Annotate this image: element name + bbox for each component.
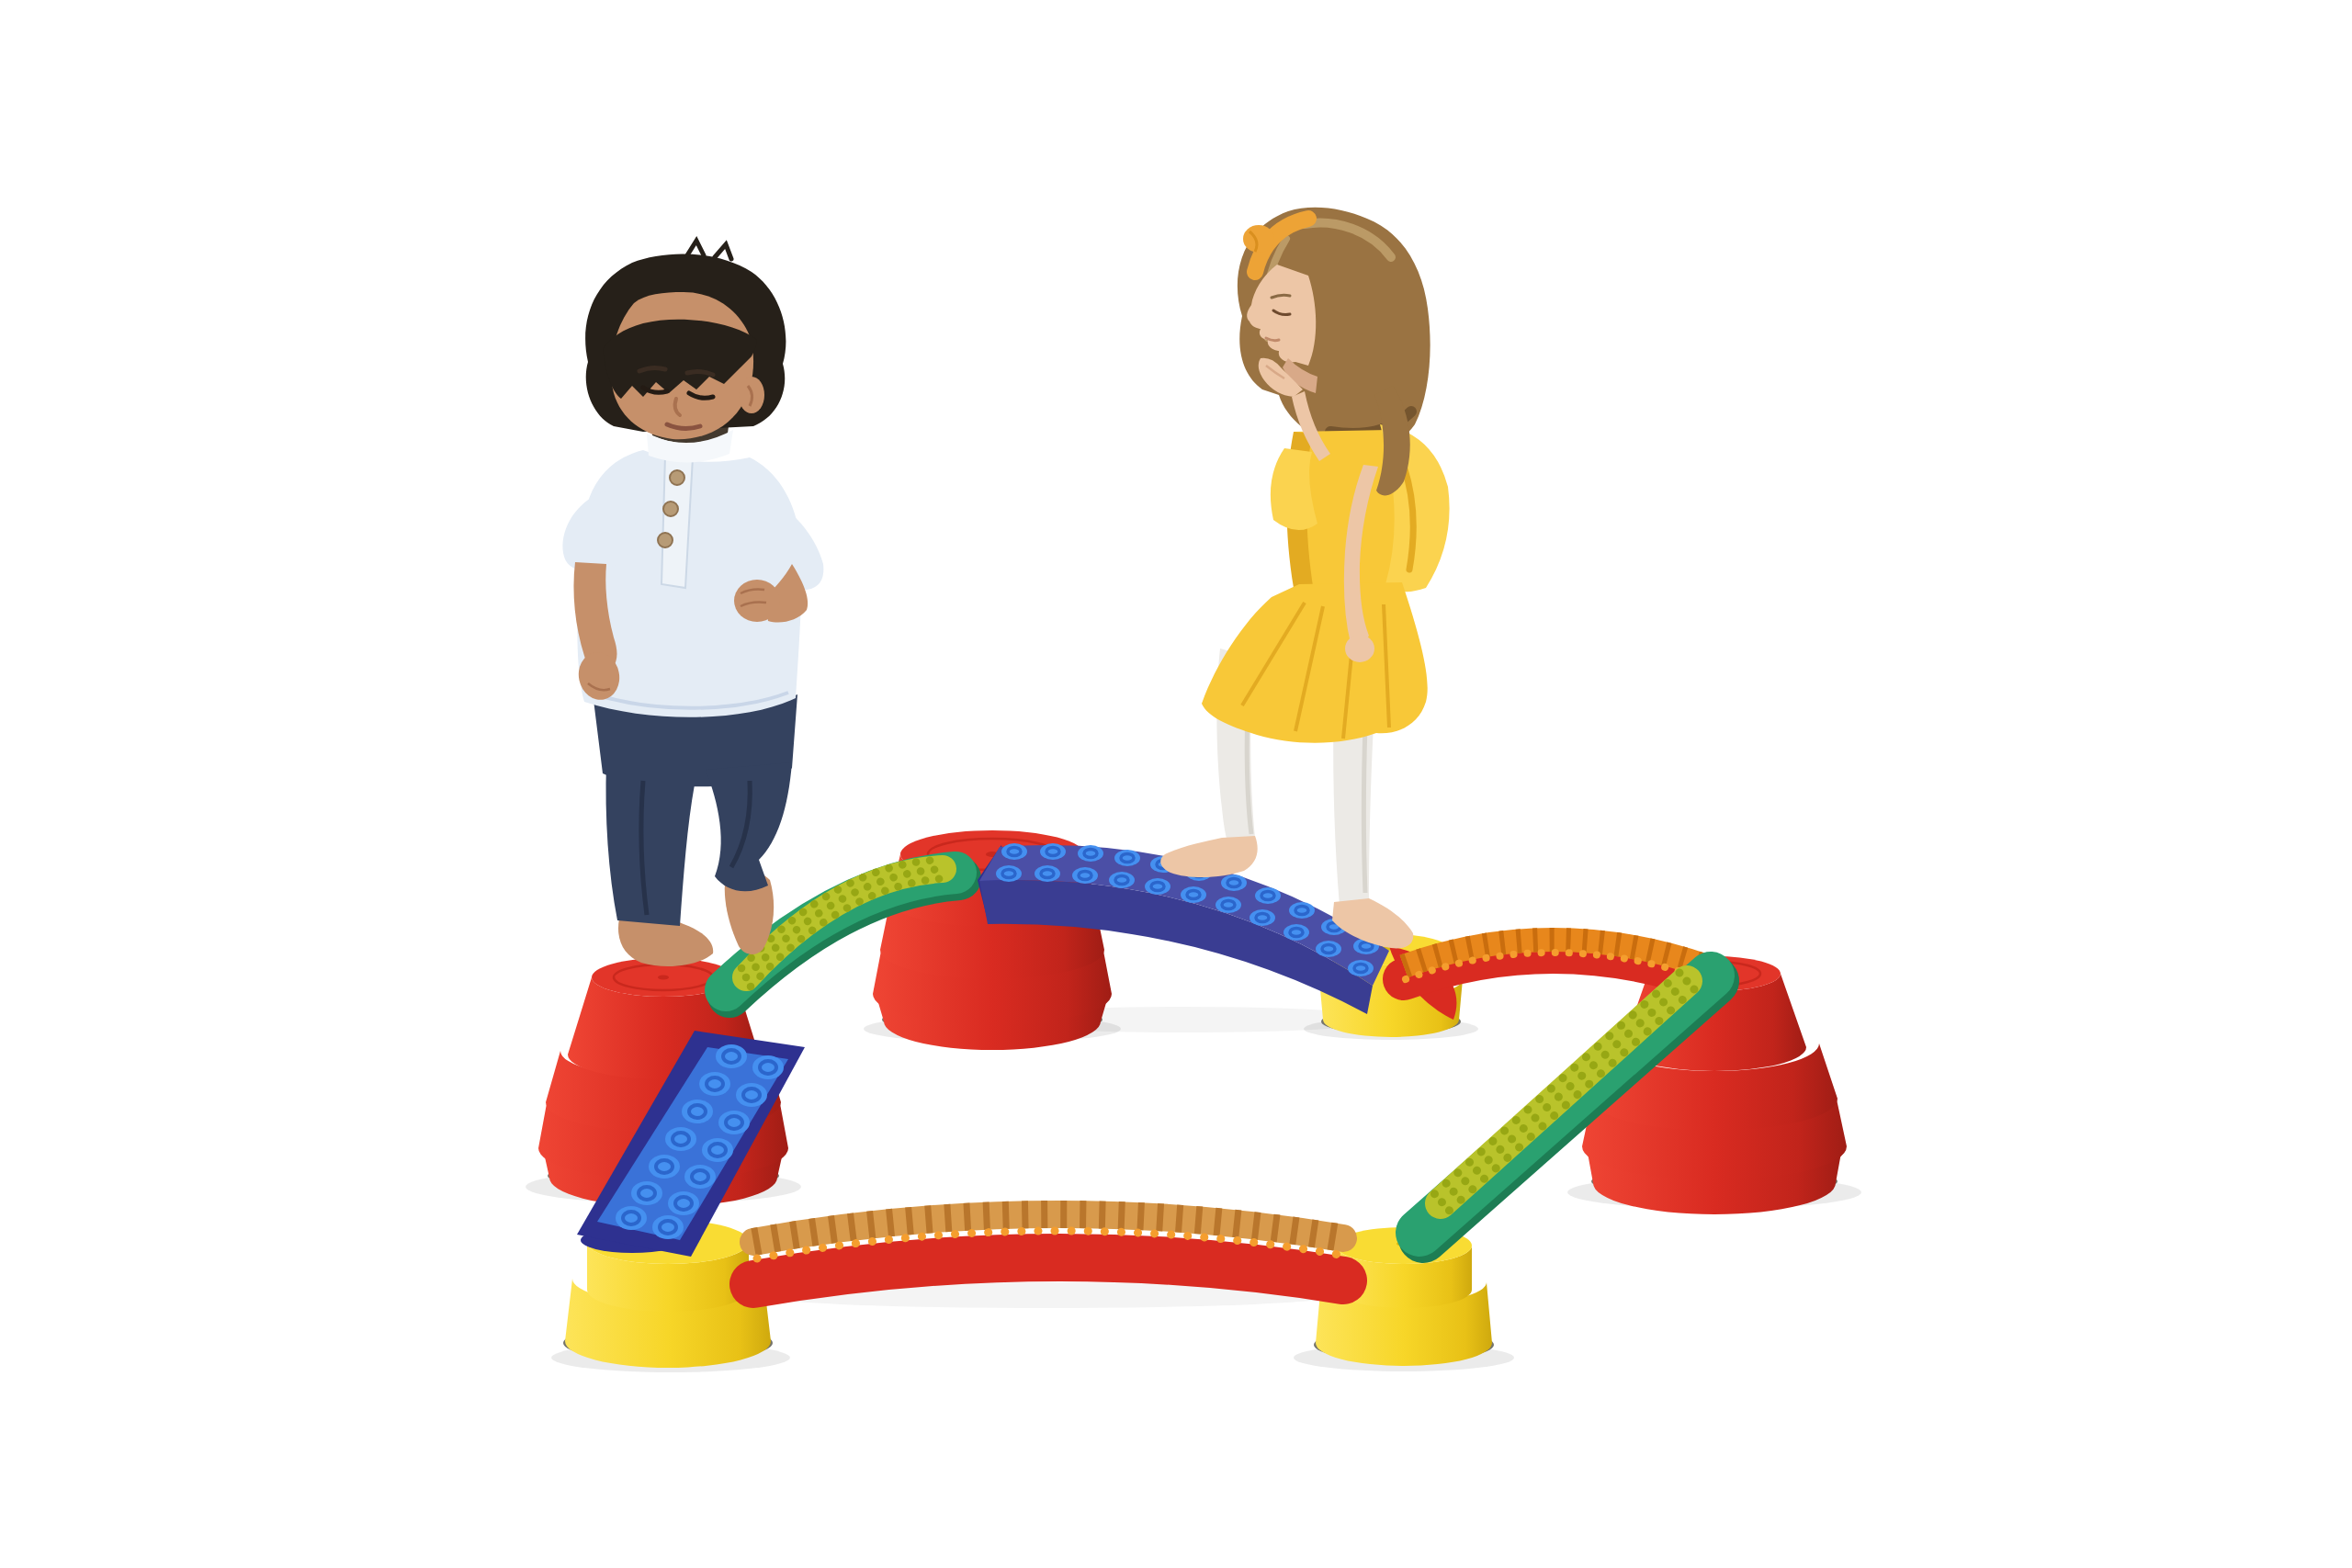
stud bbox=[1001, 843, 1027, 860]
boy-button bbox=[663, 502, 678, 516]
cone-top-dot bbox=[658, 976, 669, 980]
stud bbox=[1040, 843, 1066, 860]
stud bbox=[1078, 845, 1103, 862]
stud bbox=[652, 1215, 684, 1239]
boy-leg-right bbox=[606, 762, 695, 926]
stud bbox=[1249, 909, 1275, 926]
stud bbox=[1035, 865, 1060, 882]
stud bbox=[631, 1181, 662, 1205]
stud bbox=[1216, 897, 1241, 913]
girl-fist bbox=[1345, 635, 1374, 662]
stud bbox=[996, 865, 1022, 882]
stud bbox=[1181, 886, 1206, 903]
stud bbox=[699, 1072, 730, 1096]
girl-dress-skirt bbox=[1202, 582, 1428, 743]
stud bbox=[716, 1044, 747, 1068]
balance-course-photo bbox=[0, 0, 2352, 1568]
girl-leg-back-shade bbox=[1364, 726, 1366, 893]
girl bbox=[1160, 208, 1449, 949]
stud bbox=[1114, 850, 1140, 866]
stud bbox=[1255, 887, 1281, 904]
stud bbox=[1316, 941, 1341, 957]
stud bbox=[684, 1165, 716, 1189]
stud bbox=[1221, 874, 1247, 891]
girl-foot-front bbox=[1160, 836, 1258, 877]
stud bbox=[718, 1111, 750, 1134]
stud bbox=[682, 1100, 713, 1123]
stud bbox=[1145, 878, 1170, 895]
boy bbox=[562, 241, 823, 966]
stud bbox=[1072, 867, 1098, 884]
boy-button bbox=[670, 470, 684, 485]
boy-hand-right bbox=[734, 580, 780, 622]
plank-red-face bbox=[753, 1258, 1343, 1284]
stud bbox=[649, 1155, 680, 1179]
plank-red-bottom bbox=[753, 1214, 1343, 1284]
stud bbox=[616, 1206, 647, 1230]
stud bbox=[1109, 872, 1135, 888]
stud bbox=[668, 1191, 699, 1215]
girl-headband-knot bbox=[1243, 225, 1274, 253]
stud bbox=[702, 1138, 733, 1162]
stud bbox=[1348, 960, 1374, 976]
stud bbox=[665, 1127, 696, 1151]
photo-stage bbox=[0, 0, 2352, 1568]
stud bbox=[736, 1083, 767, 1107]
stud bbox=[1289, 902, 1315, 919]
stud bbox=[752, 1055, 784, 1079]
boy-button bbox=[658, 533, 673, 547]
stud bbox=[1283, 924, 1309, 941]
